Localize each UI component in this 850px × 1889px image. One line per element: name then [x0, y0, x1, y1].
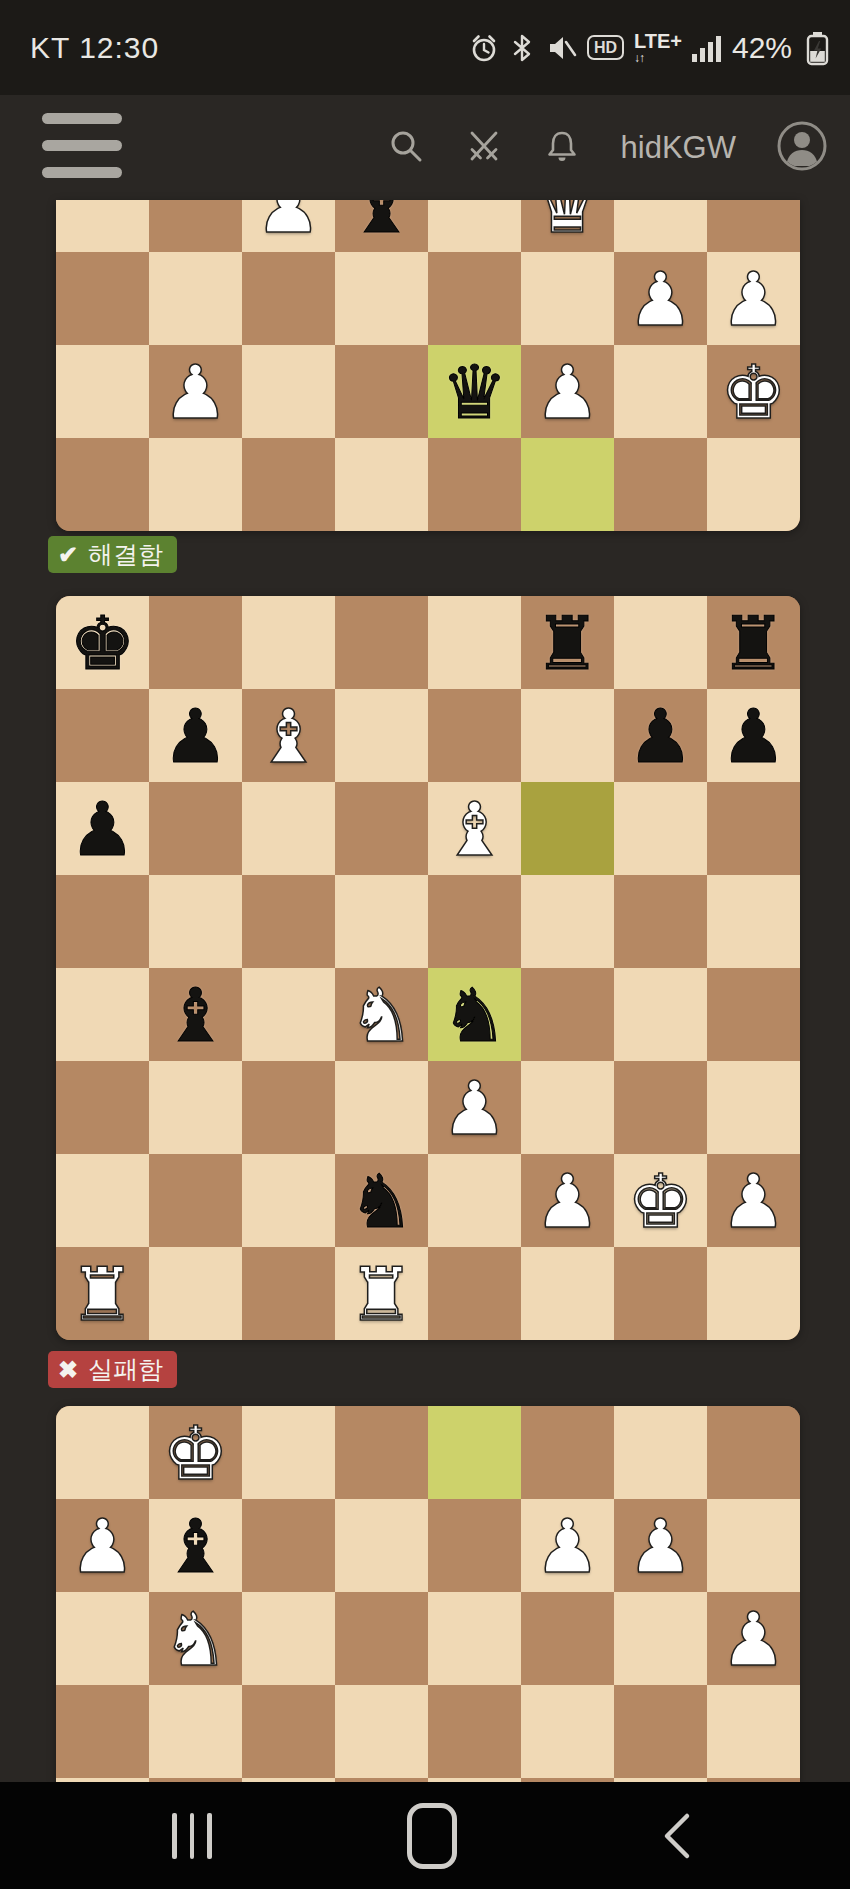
white-pawn: ♟ — [56, 1499, 149, 1592]
square-e3 — [428, 252, 521, 345]
square-b4: ♝ — [149, 968, 242, 1061]
square-h4 — [707, 968, 800, 1061]
square-g4 — [614, 200, 707, 252]
square-e6 — [428, 1592, 521, 1685]
menu-bar — [42, 140, 122, 151]
square-a1: ♜ — [56, 1247, 149, 1340]
signal-strength-icon — [692, 32, 722, 64]
square-h8 — [707, 1406, 800, 1499]
black-queen: ♛ — [428, 345, 521, 438]
black-bishop: ♝ — [149, 1499, 242, 1592]
black-king: ♚ — [56, 596, 149, 689]
chess-board-3-grid: ♚♟♝♟♟♞♟ — [56, 1406, 800, 1782]
square-g8 — [614, 596, 707, 689]
square-b3 — [149, 1061, 242, 1154]
square-b5 — [149, 875, 242, 968]
square-a6 — [56, 1592, 149, 1685]
square-g1 — [614, 1247, 707, 1340]
square-g6 — [614, 782, 707, 875]
nav-bar — [0, 1782, 850, 1889]
square-b7: ♝ — [149, 1499, 242, 1592]
square-d2: ♞ — [335, 1154, 428, 1247]
square-d2 — [335, 345, 428, 438]
square-f5 — [521, 1685, 614, 1778]
square-c3 — [242, 252, 335, 345]
white-queen: ♛ — [521, 200, 614, 252]
crossed-swords-icon[interactable] — [465, 127, 503, 169]
square-e2: ♛ — [428, 345, 521, 438]
square-d1: ♜ — [335, 1247, 428, 1340]
square-b7: ♟ — [149, 689, 242, 782]
failed-label-text: 실패함 — [88, 1353, 163, 1386]
square-f4 — [521, 968, 614, 1061]
square-g5 — [614, 875, 707, 968]
square-a6: ♟ — [56, 782, 149, 875]
black-rook: ♜ — [521, 596, 614, 689]
menu-bar — [42, 167, 122, 178]
square-g8 — [614, 1406, 707, 1499]
square-h3: ♟ — [707, 252, 800, 345]
square-d3 — [335, 252, 428, 345]
square-g7: ♟ — [614, 1499, 707, 1592]
square-e8 — [428, 1406, 521, 1499]
square-g3 — [614, 1061, 707, 1154]
square-c3 — [242, 1061, 335, 1154]
black-knight: ♞ — [335, 1154, 428, 1247]
chess-board-1[interactable]: ♟♝♛♟♟♟♛♟♚ — [56, 200, 800, 531]
chess-board-1-grid: ♟♝♛♟♟♟♛♟♚ — [56, 200, 800, 531]
square-h5 — [707, 875, 800, 968]
white-king: ♚ — [614, 1154, 707, 1247]
white-pawn: ♟ — [614, 252, 707, 345]
square-f2: ♟ — [521, 1154, 614, 1247]
black-bishop: ♝ — [335, 200, 428, 252]
square-c6 — [242, 782, 335, 875]
square-f7: ♟ — [521, 1499, 614, 1592]
black-knight: ♞ — [428, 968, 521, 1061]
square-d4: ♝ — [335, 200, 428, 252]
recents-button[interactable] — [142, 1782, 242, 1889]
square-e8 — [428, 596, 521, 689]
square-b8 — [149, 596, 242, 689]
solved-label-text: 해결함 — [88, 538, 163, 571]
square-g7: ♟ — [614, 689, 707, 782]
square-f5 — [521, 875, 614, 968]
lte-plus-icon: LTE+ ↓↑ — [634, 31, 682, 64]
square-f1 — [521, 1247, 614, 1340]
search-icon[interactable] — [387, 127, 425, 169]
square-e2 — [428, 1154, 521, 1247]
square-a7 — [56, 689, 149, 782]
square-c1 — [242, 438, 335, 531]
screen: KT 12:30 HD — [0, 0, 850, 1889]
square-g1 — [614, 438, 707, 531]
status-badge-failed: ✖ 실패함 — [48, 1351, 177, 1388]
white-pawn: ♟ — [428, 1061, 521, 1154]
square-c6 — [242, 1592, 335, 1685]
back-chevron-icon — [659, 1810, 693, 1862]
menu-button[interactable] — [42, 109, 122, 181]
chess-board-2[interactable]: ♚♜♜♟♝♟♟♟♝♝♞♞♟♞♟♚♟♜♜ — [56, 596, 800, 1340]
square-f4: ♛ — [521, 200, 614, 252]
square-d7 — [335, 689, 428, 782]
white-pawn: ♟ — [149, 345, 242, 438]
white-pawn: ♟ — [521, 1499, 614, 1592]
square-f7 — [521, 689, 614, 782]
white-pawn: ♟ — [521, 1154, 614, 1247]
square-b5 — [149, 1685, 242, 1778]
app-header: hidKGW — [0, 95, 850, 200]
square-c4 — [242, 968, 335, 1061]
square-h2: ♟ — [707, 1154, 800, 1247]
square-e3: ♟ — [428, 1061, 521, 1154]
square-d7 — [335, 1499, 428, 1592]
square-d5 — [335, 1685, 428, 1778]
white-pawn: ♟ — [707, 1592, 800, 1685]
square-b2: ♟ — [149, 345, 242, 438]
square-f6 — [521, 782, 614, 875]
status-bar: KT 12:30 HD — [0, 0, 850, 95]
square-e7 — [428, 689, 521, 782]
square-e4 — [428, 200, 521, 252]
square-d5 — [335, 875, 428, 968]
recents-icon — [172, 1813, 177, 1859]
header-actions: hidKGW — [387, 95, 828, 200]
square-g3: ♟ — [614, 252, 707, 345]
square-a5 — [56, 875, 149, 968]
bluetooth-icon — [509, 32, 535, 64]
square-d6 — [335, 1592, 428, 1685]
white-rook: ♜ — [335, 1247, 428, 1340]
square-f2: ♟ — [521, 345, 614, 438]
username-label: hidKGW — [621, 130, 736, 166]
square-b4 — [149, 200, 242, 252]
square-e1 — [428, 1247, 521, 1340]
square-a3 — [56, 1061, 149, 1154]
square-c2 — [242, 1154, 335, 1247]
square-a4 — [56, 968, 149, 1061]
square-e4: ♞ — [428, 968, 521, 1061]
white-pawn: ♟ — [521, 345, 614, 438]
square-d6 — [335, 782, 428, 875]
white-knight: ♞ — [149, 1592, 242, 1685]
sound-muted-icon — [545, 32, 577, 64]
square-d1 — [335, 438, 428, 531]
white-bishop: ♝ — [428, 782, 521, 875]
square-h2: ♚ — [707, 345, 800, 438]
square-e6: ♝ — [428, 782, 521, 875]
recents-icon — [207, 1813, 212, 1859]
square-e5 — [428, 1685, 521, 1778]
black-pawn: ♟ — [614, 689, 707, 782]
square-f8: ♜ — [521, 596, 614, 689]
recents-icon — [190, 1813, 195, 1859]
square-c8 — [242, 596, 335, 689]
avatar[interactable] — [776, 120, 828, 176]
square-a1 — [56, 438, 149, 531]
square-f6 — [521, 1592, 614, 1685]
square-f1 — [521, 438, 614, 531]
white-king: ♚ — [707, 345, 800, 438]
square-h8: ♜ — [707, 596, 800, 689]
white-bishop: ♝ — [242, 689, 335, 782]
square-h5 — [707, 1685, 800, 1778]
square-d8 — [335, 1406, 428, 1499]
alarm-clock-icon — [469, 32, 499, 64]
chess-board-2-grid: ♚♜♜♟♝♟♟♟♝♝♞♞♟♞♟♚♟♜♜ — [56, 596, 800, 1340]
square-h1 — [707, 438, 800, 531]
square-d3 — [335, 1061, 428, 1154]
white-pawn: ♟ — [707, 252, 800, 345]
cross-icon: ✖ — [58, 1356, 78, 1384]
square-c7: ♝ — [242, 689, 335, 782]
status-badge-solved: ✔ 해결함 — [48, 536, 177, 573]
square-c7 — [242, 1499, 335, 1592]
home-button[interactable] — [382, 1782, 482, 1889]
square-e1 — [428, 438, 521, 531]
square-b1 — [149, 438, 242, 531]
square-a2 — [56, 1154, 149, 1247]
square-h7: ♟ — [707, 689, 800, 782]
square-a2 — [56, 345, 149, 438]
square-b1 — [149, 1247, 242, 1340]
white-rook: ♜ — [56, 1247, 149, 1340]
square-g2 — [614, 345, 707, 438]
hd-voice-icon: HD — [587, 35, 624, 60]
black-bishop: ♝ — [149, 968, 242, 1061]
square-g5 — [614, 1685, 707, 1778]
battery-charging-icon — [802, 28, 832, 68]
square-a4 — [56, 200, 149, 252]
home-icon — [407, 1803, 457, 1869]
black-pawn: ♟ — [56, 782, 149, 875]
square-d4: ♞ — [335, 968, 428, 1061]
black-rook: ♜ — [707, 596, 800, 689]
square-f3 — [521, 1061, 614, 1154]
square-g2: ♚ — [614, 1154, 707, 1247]
square-b2 — [149, 1154, 242, 1247]
square-f3 — [521, 252, 614, 345]
square-a7: ♟ — [56, 1499, 149, 1592]
square-c1 — [242, 1247, 335, 1340]
status-icons: HD LTE+ ↓↑ 42% — [469, 28, 832, 68]
square-h4 — [707, 200, 800, 252]
notifications-bell-icon[interactable] — [543, 127, 581, 169]
check-icon: ✔ — [58, 541, 78, 569]
square-b8: ♚ — [149, 1406, 242, 1499]
square-e5 — [428, 875, 521, 968]
square-h1 — [707, 1247, 800, 1340]
square-b3 — [149, 252, 242, 345]
battery-percent-label: 42% — [732, 31, 792, 65]
square-c4: ♟ — [242, 200, 335, 252]
square-a8 — [56, 1406, 149, 1499]
white-pawn: ♟ — [614, 1499, 707, 1592]
square-c8 — [242, 1406, 335, 1499]
white-king: ♚ — [149, 1406, 242, 1499]
menu-bar — [42, 113, 122, 124]
white-knight: ♞ — [335, 968, 428, 1061]
square-h6: ♟ — [707, 1592, 800, 1685]
chess-board-3[interactable]: ♚♟♝♟♟♞♟ — [56, 1406, 800, 1782]
square-a5 — [56, 1685, 149, 1778]
square-a3 — [56, 252, 149, 345]
square-d8 — [335, 596, 428, 689]
white-pawn: ♟ — [242, 200, 335, 252]
square-g4 — [614, 968, 707, 1061]
square-h6 — [707, 782, 800, 875]
square-c2 — [242, 345, 335, 438]
square-g6 — [614, 1592, 707, 1685]
square-e7 — [428, 1499, 521, 1592]
square-b6 — [149, 782, 242, 875]
black-pawn: ♟ — [707, 689, 800, 782]
square-a8: ♚ — [56, 596, 149, 689]
black-pawn: ♟ — [149, 689, 242, 782]
square-h3 — [707, 1061, 800, 1154]
back-button[interactable] — [626, 1782, 726, 1889]
square-h7 — [707, 1499, 800, 1592]
white-pawn: ♟ — [707, 1154, 800, 1247]
square-f8 — [521, 1406, 614, 1499]
square-b6: ♞ — [149, 1592, 242, 1685]
carrier-time-label: KT 12:30 — [30, 31, 159, 65]
square-c5 — [242, 875, 335, 968]
square-c5 — [242, 1685, 335, 1778]
